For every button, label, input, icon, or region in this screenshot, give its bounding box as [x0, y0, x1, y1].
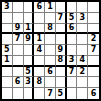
sudoku-cell-r4c8[interactable]	[77, 34, 88, 45]
sudoku-cell-r7c1[interactable]	[2, 67, 13, 78]
sudoku-cell-r5c5[interactable]	[45, 45, 56, 56]
sudoku-cell-r3c8[interactable]	[77, 24, 88, 35]
sudoku-cell-r4c2: 7	[13, 34, 24, 45]
sudoku-cell-r9c2[interactable]	[13, 88, 24, 99]
sudoku-cell-r6c2[interactable]	[13, 56, 24, 67]
sudoku-cell-r8c2: 6	[13, 77, 24, 88]
sudoku-cell-r4c3: 9	[24, 34, 35, 45]
sudoku-cell-r1c9[interactable]	[88, 2, 99, 13]
sudoku-cell-r6c6: 8	[56, 56, 67, 67]
sudoku-cell-r2c5[interactable]	[45, 13, 56, 24]
sudoku-cell-r9c8[interactable]	[77, 88, 88, 99]
sudoku-cell-r8c7[interactable]	[67, 77, 78, 88]
sudoku-cell-r4c5[interactable]	[45, 34, 56, 45]
sudoku-cell-r4c9: 2	[88, 34, 99, 45]
sudoku-cell-r7c3: 5	[24, 67, 35, 78]
sudoku-cell-r7c2[interactable]	[13, 67, 24, 78]
sudoku-cell-r1c6[interactable]	[56, 2, 67, 13]
sudoku-cell-r5c3[interactable]	[24, 45, 35, 56]
sudoku-cell-r3c1[interactable]	[2, 24, 13, 35]
sudoku-cell-r1c2[interactable]	[13, 2, 24, 13]
sudoku-cell-r1c8[interactable]	[77, 2, 88, 13]
sudoku-cell-r3c3: 1	[24, 24, 35, 35]
sudoku-cell-r9c3[interactable]	[24, 88, 35, 99]
sudoku-cell-r8c6[interactable]	[56, 77, 67, 88]
sudoku-cell-r6c9[interactable]	[88, 56, 99, 67]
sudoku-cell-r5c8[interactable]	[77, 45, 88, 56]
sudoku-cell-r6c7: 3	[67, 56, 78, 67]
sudoku-cell-r5c6: 9	[56, 45, 67, 56]
sudoku-cell-r7c4[interactable]	[34, 67, 45, 78]
sudoku-cell-r2c9[interactable]	[88, 13, 99, 24]
sudoku-cell-r1c1: 3	[2, 2, 13, 13]
sudoku-cell-r1c5: 1	[45, 2, 56, 13]
sudoku-cell-r2c6: 7	[56, 13, 67, 24]
sudoku-board: 36175391867912549718345672638756	[0, 0, 101, 101]
sudoku-cell-r1c3[interactable]	[24, 2, 35, 13]
sudoku-cell-r2c1[interactable]	[2, 13, 13, 24]
sudoku-cell-r5c1: 5	[2, 45, 13, 56]
sudoku-cell-r3c5: 8	[45, 24, 56, 35]
sudoku-cell-r5c4: 4	[34, 45, 45, 56]
sudoku-cell-r9c6: 5	[56, 88, 67, 99]
sudoku-cell-r2c7: 5	[67, 13, 78, 24]
sudoku-cell-r9c4[interactable]	[34, 88, 45, 99]
sudoku-cell-r8c5[interactable]	[45, 77, 56, 88]
sudoku-cell-r7c6[interactable]	[56, 67, 67, 78]
sudoku-cell-r3c4[interactable]	[34, 24, 45, 35]
sudoku-cell-r5c9: 7	[88, 45, 99, 56]
sudoku-cell-r1c4: 6	[34, 2, 45, 13]
sudoku-cell-r6c3[interactable]	[24, 56, 35, 67]
sudoku-cell-r3c7: 6	[67, 24, 78, 35]
sudoku-cell-r9c9: 6	[88, 88, 99, 99]
sudoku-cell-r4c6[interactable]	[56, 34, 67, 45]
sudoku-cell-r7c8: 2	[77, 67, 88, 78]
sudoku-cell-r5c7[interactable]	[67, 45, 78, 56]
sudoku-cell-r2c8: 3	[77, 13, 88, 24]
sudoku-cell-r2c4[interactable]	[34, 13, 45, 24]
sudoku-cell-r4c1[interactable]	[2, 34, 13, 45]
sudoku-cell-r7c5: 6	[45, 67, 56, 78]
sudoku-cell-r4c7[interactable]	[67, 34, 78, 45]
sudoku-cell-r3c2: 9	[13, 24, 24, 35]
sudoku-cell-r2c2[interactable]	[13, 13, 24, 24]
sudoku-cell-r6c1: 1	[2, 56, 13, 67]
sudoku-cell-r8c1[interactable]	[2, 77, 13, 88]
sudoku-cell-r3c9[interactable]	[88, 24, 99, 35]
sudoku-cell-r6c4[interactable]	[34, 56, 45, 67]
sudoku-cell-r7c7: 7	[67, 67, 78, 78]
sudoku-cell-r8c4: 8	[34, 77, 45, 88]
sudoku-cell-r6c5[interactable]	[45, 56, 56, 67]
sudoku-cell-r9c5: 7	[45, 88, 56, 99]
sudoku-cell-r1c7[interactable]	[67, 2, 78, 13]
sudoku-cell-r8c8[interactable]	[77, 77, 88, 88]
sudoku-cell-r3c6[interactable]	[56, 24, 67, 35]
sudoku-cell-r9c7[interactable]	[67, 88, 78, 99]
sudoku-cell-r4c4: 1	[34, 34, 45, 45]
sudoku-cell-r8c3: 3	[24, 77, 35, 88]
sudoku-cell-r8c9[interactable]	[88, 77, 99, 88]
sudoku-cell-r9c1[interactable]	[2, 88, 13, 99]
sudoku-cell-r6c8: 4	[77, 56, 88, 67]
sudoku-cell-r7c9[interactable]	[88, 67, 99, 78]
sudoku-cell-r5c2[interactable]	[13, 45, 24, 56]
sudoku-cell-r2c3[interactable]	[24, 13, 35, 24]
